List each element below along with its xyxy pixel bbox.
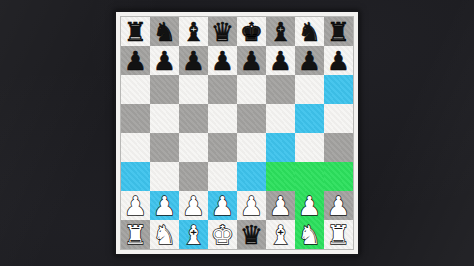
square-g7[interactable]: ♟ <box>295 46 324 75</box>
square-d8[interactable]: ♛ <box>208 17 237 46</box>
square-d1[interactable]: ♚ <box>208 220 237 249</box>
black-pawn-icon: ♟ <box>295 46 324 75</box>
square-c4[interactable] <box>179 133 208 162</box>
square-f1[interactable]: ♝ <box>266 220 295 249</box>
square-b7[interactable]: ♟ <box>150 46 179 75</box>
black-king-icon: ♚ <box>237 17 266 46</box>
square-c3[interactable] <box>179 162 208 191</box>
white-pawn-icon: ♟ <box>266 191 295 220</box>
square-h3[interactable] <box>324 162 353 191</box>
white-knight-icon: ♞ <box>150 220 179 249</box>
white-pawn-icon: ♟ <box>295 191 324 220</box>
black-pawn-icon: ♟ <box>179 46 208 75</box>
square-g5[interactable] <box>295 104 324 133</box>
square-g4[interactable] <box>295 133 324 162</box>
chess-board: ♜♞♝♛♚♝♞♜♟♟♟♟♟♟♟♟♟♟♟♟♟♟♟♟♜♞♝♚♛♝♞♜ <box>121 17 353 249</box>
white-bishop-icon: ♝ <box>266 220 295 249</box>
square-e1[interactable]: ♛ <box>237 220 266 249</box>
square-d6[interactable] <box>208 75 237 104</box>
black-pawn-icon: ♟ <box>208 46 237 75</box>
square-f3[interactable] <box>266 162 295 191</box>
square-b2[interactable]: ♟ <box>150 191 179 220</box>
square-g6[interactable] <box>295 75 324 104</box>
black-queen-icon: ♛ <box>237 220 266 249</box>
square-f7[interactable]: ♟ <box>266 46 295 75</box>
white-pawn-icon: ♟ <box>237 191 266 220</box>
black-pawn-icon: ♟ <box>150 46 179 75</box>
square-d2[interactable]: ♟ <box>208 191 237 220</box>
white-king-icon: ♚ <box>208 220 237 249</box>
square-d3[interactable] <box>208 162 237 191</box>
square-e4[interactable] <box>237 133 266 162</box>
square-e8[interactable]: ♚ <box>237 17 266 46</box>
square-f4[interactable] <box>266 133 295 162</box>
square-b6[interactable] <box>150 75 179 104</box>
black-bishop-icon: ♝ <box>266 17 295 46</box>
square-g8[interactable]: ♞ <box>295 17 324 46</box>
black-queen-icon: ♛ <box>208 17 237 46</box>
square-a3[interactable] <box>121 162 150 191</box>
square-b8[interactable]: ♞ <box>150 17 179 46</box>
square-b5[interactable] <box>150 104 179 133</box>
square-d5[interactable] <box>208 104 237 133</box>
square-e5[interactable] <box>237 104 266 133</box>
black-knight-icon: ♞ <box>295 17 324 46</box>
square-e7[interactable]: ♟ <box>237 46 266 75</box>
black-rook-icon: ♜ <box>324 17 353 46</box>
square-g2[interactable]: ♟ <box>295 191 324 220</box>
chess-board-frame: ♜♞♝♛♚♝♞♜♟♟♟♟♟♟♟♟♟♟♟♟♟♟♟♟♜♞♝♚♛♝♞♜ <box>114 10 360 256</box>
black-rook-icon: ♜ <box>121 17 150 46</box>
white-pawn-icon: ♟ <box>121 191 150 220</box>
black-knight-icon: ♞ <box>150 17 179 46</box>
square-f6[interactable] <box>266 75 295 104</box>
square-e3[interactable] <box>237 162 266 191</box>
square-e2[interactable]: ♟ <box>237 191 266 220</box>
square-g1[interactable]: ♞ <box>295 220 324 249</box>
square-a4[interactable] <box>121 133 150 162</box>
square-h8[interactable]: ♜ <box>324 17 353 46</box>
square-h6[interactable] <box>324 75 353 104</box>
white-pawn-icon: ♟ <box>150 191 179 220</box>
square-a7[interactable]: ♟ <box>121 46 150 75</box>
square-c8[interactable]: ♝ <box>179 17 208 46</box>
square-c1[interactable]: ♝ <box>179 220 208 249</box>
square-b3[interactable] <box>150 162 179 191</box>
square-d4[interactable] <box>208 133 237 162</box>
square-h1[interactable]: ♜ <box>324 220 353 249</box>
black-pawn-icon: ♟ <box>266 46 295 75</box>
white-pawn-icon: ♟ <box>208 191 237 220</box>
square-h2[interactable]: ♟ <box>324 191 353 220</box>
square-f5[interactable] <box>266 104 295 133</box>
square-a2[interactable]: ♟ <box>121 191 150 220</box>
black-pawn-icon: ♟ <box>121 46 150 75</box>
square-h5[interactable] <box>324 104 353 133</box>
black-bishop-icon: ♝ <box>179 17 208 46</box>
square-c6[interactable] <box>179 75 208 104</box>
white-rook-icon: ♜ <box>324 220 353 249</box>
white-knight-icon: ♞ <box>295 220 324 249</box>
white-bishop-icon: ♝ <box>179 220 208 249</box>
square-b1[interactable]: ♞ <box>150 220 179 249</box>
square-a1[interactable]: ♜ <box>121 220 150 249</box>
square-c5[interactable] <box>179 104 208 133</box>
square-f8[interactable]: ♝ <box>266 17 295 46</box>
square-c7[interactable]: ♟ <box>179 46 208 75</box>
page-background: { "game": "chess", "position": { "fen": … <box>0 0 474 266</box>
black-pawn-icon: ♟ <box>324 46 353 75</box>
square-a6[interactable] <box>121 75 150 104</box>
white-pawn-icon: ♟ <box>324 191 353 220</box>
square-f2[interactable]: ♟ <box>266 191 295 220</box>
square-h4[interactable] <box>324 133 353 162</box>
square-c2[interactable]: ♟ <box>179 191 208 220</box>
square-b4[interactable] <box>150 133 179 162</box>
white-pawn-icon: ♟ <box>179 191 208 220</box>
square-a8[interactable]: ♜ <box>121 17 150 46</box>
square-g3[interactable] <box>295 162 324 191</box>
square-d7[interactable]: ♟ <box>208 46 237 75</box>
square-e6[interactable] <box>237 75 266 104</box>
white-rook-icon: ♜ <box>121 220 150 249</box>
square-a5[interactable] <box>121 104 150 133</box>
square-h7[interactable]: ♟ <box>324 46 353 75</box>
black-pawn-icon: ♟ <box>237 46 266 75</box>
